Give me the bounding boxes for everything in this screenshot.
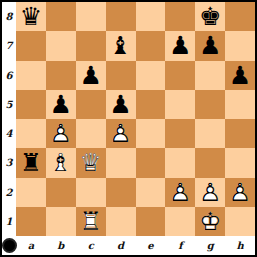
square-a1[interactable] — [16, 207, 46, 236]
square-h1[interactable] — [225, 207, 255, 236]
square-g3[interactable] — [195, 148, 225, 177]
white-bishop-b3[interactable]: ♝♗ — [46, 148, 76, 177]
square-g1[interactable]: ♚♔ — [195, 207, 225, 236]
rank-label-8: 8 — [2, 2, 16, 31]
file-label-d: d — [106, 236, 136, 255]
rank-label-3: 3 — [2, 148, 16, 177]
square-f5[interactable] — [165, 90, 195, 119]
square-d2[interactable] — [106, 178, 136, 207]
white-pawn-outline: ♙ — [225, 178, 255, 207]
black-pawn-d5[interactable]: ♟ — [106, 90, 136, 119]
square-h3[interactable] — [225, 148, 255, 177]
rank-label-4: 4 — [2, 119, 16, 148]
black-queen-glyph: ♛ — [16, 2, 46, 31]
square-f3[interactable] — [165, 148, 195, 177]
square-e2[interactable] — [136, 178, 166, 207]
square-b6[interactable] — [46, 61, 76, 90]
square-h7[interactable] — [225, 31, 255, 60]
square-f7[interactable]: ♟ — [165, 31, 195, 60]
black-king-glyph: ♚ — [195, 2, 225, 31]
white-bishop-outline: ♗ — [46, 148, 76, 177]
file-label-e: e — [136, 236, 166, 255]
white-rook-outline: ♖ — [76, 207, 106, 236]
square-f1[interactable] — [165, 207, 195, 236]
black-pawn-glyph: ♟ — [225, 61, 255, 90]
to-move-indicator-area — [2, 236, 16, 255]
white-king-g1[interactable]: ♚♔ — [195, 207, 225, 236]
black-pawn-glyph: ♟ — [76, 61, 106, 90]
rank-label-7: 7 — [2, 31, 16, 60]
square-b3[interactable]: ♝♗ — [46, 148, 76, 177]
square-c1[interactable]: ♜♖ — [76, 207, 106, 236]
square-h8[interactable] — [225, 2, 255, 31]
black-pawn-c6[interactable]: ♟ — [76, 61, 106, 90]
black-pawn-glyph: ♟ — [195, 31, 225, 60]
rank-label-2: 2 — [2, 178, 16, 207]
square-b4[interactable]: ♟♙ — [46, 119, 76, 148]
black-rook-a3[interactable]: ♜ — [16, 148, 46, 177]
white-queen-c3[interactable]: ♛♕ — [76, 148, 106, 177]
square-g4[interactable] — [195, 119, 225, 148]
square-d3[interactable] — [106, 148, 136, 177]
square-d4[interactable]: ♟♙ — [106, 119, 136, 148]
black-bishop-glyph: ♝ — [106, 31, 136, 60]
square-a5[interactable] — [16, 90, 46, 119]
rank-label-1: 1 — [2, 207, 16, 236]
square-g6[interactable] — [195, 61, 225, 90]
file-label-b: b — [46, 236, 76, 255]
white-king-outline: ♔ — [195, 207, 225, 236]
square-e4[interactable] — [136, 119, 166, 148]
square-e8[interactable] — [136, 2, 166, 31]
square-g8[interactable]: ♚ — [195, 2, 225, 31]
white-pawn-outline: ♙ — [106, 119, 136, 148]
white-pawn-d4[interactable]: ♟♙ — [106, 119, 136, 148]
file-label-a: a — [16, 236, 46, 255]
black-pawn-f7[interactable]: ♟ — [165, 31, 195, 60]
square-d5[interactable]: ♟ — [106, 90, 136, 119]
square-a8[interactable]: ♛ — [16, 2, 46, 31]
square-d7[interactable]: ♝ — [106, 31, 136, 60]
square-b8[interactable] — [46, 2, 76, 31]
square-g5[interactable] — [195, 90, 225, 119]
white-pawn-outline: ♙ — [165, 178, 195, 207]
square-d6[interactable] — [106, 61, 136, 90]
square-e3[interactable] — [136, 148, 166, 177]
white-queen-outline: ♕ — [76, 148, 106, 177]
black-king-g8[interactable]: ♚ — [195, 2, 225, 31]
square-e1[interactable] — [136, 207, 166, 236]
square-a4[interactable] — [16, 119, 46, 148]
square-g7[interactable]: ♟ — [195, 31, 225, 60]
white-rook-c1[interactable]: ♜♖ — [76, 207, 106, 236]
square-f6[interactable] — [165, 61, 195, 90]
square-a3[interactable]: ♜ — [16, 148, 46, 177]
square-a6[interactable] — [16, 61, 46, 90]
square-c4[interactable] — [76, 119, 106, 148]
square-d8[interactable] — [106, 2, 136, 31]
square-c8[interactable] — [76, 2, 106, 31]
black-rook-glyph: ♜ — [16, 148, 46, 177]
square-b5[interactable]: ♟ — [46, 90, 76, 119]
file-label-g: g — [195, 236, 225, 255]
square-c6[interactable]: ♟ — [76, 61, 106, 90]
square-d1[interactable] — [106, 207, 136, 236]
black-pawn-b5[interactable]: ♟ — [46, 90, 76, 119]
black-pawn-glyph: ♟ — [106, 90, 136, 119]
white-pawn-b4[interactable]: ♟♙ — [46, 119, 76, 148]
black-pawn-glyph: ♟ — [165, 31, 195, 60]
square-h6[interactable]: ♟ — [225, 61, 255, 90]
square-b2[interactable] — [46, 178, 76, 207]
square-h5[interactable] — [225, 90, 255, 119]
rank-label-6: 6 — [2, 61, 16, 90]
square-f4[interactable] — [165, 119, 195, 148]
square-f8[interactable] — [165, 2, 195, 31]
file-label-c: c — [76, 236, 106, 255]
square-a2[interactable] — [16, 178, 46, 207]
file-label-f: f — [165, 236, 195, 255]
white-pawn-g2[interactable]: ♟♙ — [195, 178, 225, 207]
square-c2[interactable] — [76, 178, 106, 207]
black-pawn-g7[interactable]: ♟ — [195, 31, 225, 60]
chess-board-diagram: 87654321 ♛♚♝♟♟♟♟♟♟♟♙♟♙♜♝♗♛♕♟♙♟♙♟♙♜♖♚♔ ab… — [0, 0, 257, 257]
white-pawn-h2[interactable]: ♟♙ — [225, 178, 255, 207]
file-labels: abcdefgh — [16, 236, 255, 255]
white-pawn-outline: ♙ — [195, 178, 225, 207]
black-pawn-glyph: ♟ — [46, 90, 76, 119]
file-label-h: h — [225, 236, 255, 255]
square-e6[interactable] — [136, 61, 166, 90]
square-b7[interactable] — [46, 31, 76, 60]
rank-label-5: 5 — [2, 90, 16, 119]
black-pawn-h6[interactable]: ♟ — [225, 61, 255, 90]
square-f2[interactable]: ♟♙ — [165, 178, 195, 207]
square-c5[interactable] — [76, 90, 106, 119]
rank-labels: 87654321 — [2, 2, 16, 236]
square-e7[interactable] — [136, 31, 166, 60]
white-pawn-f2[interactable]: ♟♙ — [165, 178, 195, 207]
white-pawn-outline: ♙ — [46, 119, 76, 148]
black-bishop-d7[interactable]: ♝ — [106, 31, 136, 60]
black-queen-a8[interactable]: ♛ — [16, 2, 46, 31]
square-g2[interactable]: ♟♙ — [195, 178, 225, 207]
square-h2[interactable]: ♟♙ — [225, 178, 255, 207]
square-b1[interactable] — [46, 207, 76, 236]
square-e5[interactable] — [136, 90, 166, 119]
square-a7[interactable] — [16, 31, 46, 60]
square-c3[interactable]: ♛♕ — [76, 148, 106, 177]
square-c7[interactable] — [76, 31, 106, 60]
chess-board: ♛♚♝♟♟♟♟♟♟♟♙♟♙♜♝♗♛♕♟♙♟♙♟♙♜♖♚♔ — [16, 2, 255, 236]
black-to-move-indicator — [2, 238, 17, 253]
square-h4[interactable] — [225, 119, 255, 148]
